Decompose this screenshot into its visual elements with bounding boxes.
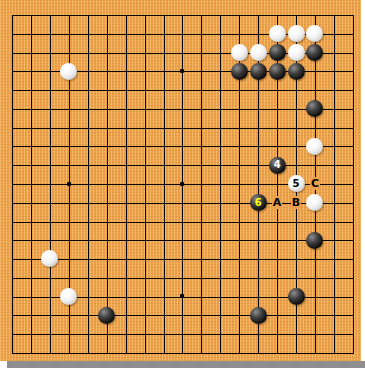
white-stone[interactable] [288,25,305,42]
board-shadow [7,361,365,368]
star-point [67,182,71,186]
star-point [180,69,184,73]
white-stone[interactable] [250,44,267,61]
go-diagram: 456ABC [0,0,365,371]
black-stone[interactable]: 6 [250,194,267,211]
black-stone[interactable] [288,63,305,80]
white-stone[interactable] [306,138,323,155]
black-stone[interactable] [98,307,115,324]
black-stone[interactable] [306,232,323,249]
black-stone[interactable] [231,63,248,80]
board-grid: 456ABC [3,6,363,363]
move-number: 5 [288,175,305,192]
white-stone[interactable] [231,44,248,61]
black-stone[interactable]: 4 [269,157,286,174]
white-stone[interactable] [306,194,323,211]
star-point [180,182,184,186]
white-stone[interactable] [269,25,286,42]
white-stone[interactable]: 5 [288,175,305,192]
black-stone[interactable] [269,63,286,80]
white-stone[interactable] [288,44,305,61]
move-number: 4 [269,157,286,174]
black-stone[interactable] [269,44,286,61]
white-stone[interactable] [60,288,77,305]
black-stone[interactable] [250,63,267,80]
black-stone[interactable] [288,288,305,305]
black-stone[interactable] [306,100,323,117]
white-stone[interactable] [306,25,323,42]
star-point [180,294,184,298]
black-stone[interactable] [306,44,323,61]
point-label-c[interactable]: C [310,177,320,190]
black-stone[interactable] [250,307,267,324]
white-stone[interactable] [41,250,58,267]
point-label-a[interactable]: A [272,196,283,209]
point-label-b[interactable]: B [291,196,301,209]
move-number: 6 [250,194,267,211]
white-stone[interactable] [60,63,77,80]
go-board[interactable]: 456ABC [0,0,361,361]
